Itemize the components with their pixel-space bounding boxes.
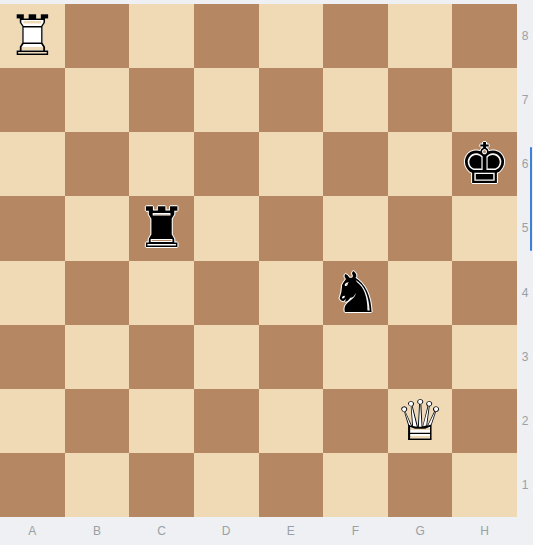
square-d1[interactable] xyxy=(194,453,259,517)
square-e5[interactable] xyxy=(259,196,324,260)
square-e2[interactable] xyxy=(259,389,324,453)
square-b8[interactable] xyxy=(65,4,130,68)
square-d2[interactable] xyxy=(194,389,259,453)
square-d7[interactable] xyxy=(194,68,259,132)
square-e8[interactable] xyxy=(259,4,324,68)
square-f5[interactable] xyxy=(323,196,388,260)
square-f6[interactable] xyxy=(323,132,388,196)
file-label-h: H xyxy=(452,517,517,545)
piece-black-rook[interactable]: ♜ xyxy=(129,196,194,260)
square-a1[interactable] xyxy=(0,453,65,517)
square-b2[interactable] xyxy=(65,389,130,453)
square-h1[interactable] xyxy=(452,453,517,517)
square-a8[interactable]: ♜♖ xyxy=(0,4,65,68)
square-e6[interactable] xyxy=(259,132,324,196)
square-b6[interactable] xyxy=(65,132,130,196)
piece-black-king[interactable]: ♚ xyxy=(452,132,517,196)
square-h6[interactable]: ♚ xyxy=(452,132,517,196)
square-g3[interactable] xyxy=(388,325,453,389)
square-b3[interactable] xyxy=(65,325,130,389)
square-d6[interactable] xyxy=(194,132,259,196)
square-h2[interactable] xyxy=(452,389,517,453)
square-h3[interactable] xyxy=(452,325,517,389)
board: ♜♖♚♜♞♛♕ xyxy=(0,4,517,517)
square-e4[interactable] xyxy=(259,261,324,325)
file-label-e: E xyxy=(259,517,324,545)
piece-black-knight[interactable]: ♞ xyxy=(323,261,388,325)
rook-glyph-fill: ♜ xyxy=(129,196,194,260)
square-c2[interactable] xyxy=(129,389,194,453)
square-e3[interactable] xyxy=(259,325,324,389)
file-label-f: F xyxy=(323,517,388,545)
square-f1[interactable] xyxy=(323,453,388,517)
square-f4[interactable]: ♞ xyxy=(323,261,388,325)
rank-label-1: 1 xyxy=(517,453,533,517)
square-f3[interactable] xyxy=(323,325,388,389)
square-h7[interactable] xyxy=(452,68,517,132)
queen-glyph-outline: ♕ xyxy=(388,389,453,453)
square-a3[interactable] xyxy=(0,325,65,389)
file-label-b: B xyxy=(65,517,130,545)
square-a5[interactable] xyxy=(0,196,65,260)
rank-label-8: 8 xyxy=(517,4,533,68)
rank-labels: 87654321 xyxy=(517,4,533,517)
rook-glyph-outline: ♖ xyxy=(0,4,65,68)
square-g6[interactable] xyxy=(388,132,453,196)
piece-white-queen[interactable]: ♛♕ xyxy=(388,389,453,453)
square-b5[interactable] xyxy=(65,196,130,260)
file-label-g: G xyxy=(388,517,453,545)
square-g8[interactable] xyxy=(388,4,453,68)
square-g2[interactable]: ♛♕ xyxy=(388,389,453,453)
square-c8[interactable] xyxy=(129,4,194,68)
square-b7[interactable] xyxy=(65,68,130,132)
file-label-d: D xyxy=(194,517,259,545)
square-h8[interactable] xyxy=(452,4,517,68)
square-g1[interactable] xyxy=(388,453,453,517)
knight-glyph-fill: ♞ xyxy=(323,261,388,325)
king-glyph-fill: ♚ xyxy=(452,132,517,196)
square-c7[interactable] xyxy=(129,68,194,132)
square-c1[interactable] xyxy=(129,453,194,517)
square-h4[interactable] xyxy=(452,261,517,325)
rank-label-3: 3 xyxy=(517,325,533,389)
square-f8[interactable] xyxy=(323,4,388,68)
square-d5[interactable] xyxy=(194,196,259,260)
square-g4[interactable] xyxy=(388,261,453,325)
file-label-a: A xyxy=(0,517,65,545)
square-h5[interactable] xyxy=(452,196,517,260)
square-c4[interactable] xyxy=(129,261,194,325)
square-a4[interactable] xyxy=(0,261,65,325)
square-a6[interactable] xyxy=(0,132,65,196)
square-e1[interactable] xyxy=(259,453,324,517)
square-d3[interactable] xyxy=(194,325,259,389)
rank-label-2: 2 xyxy=(517,389,533,453)
square-g7[interactable] xyxy=(388,68,453,132)
chess-page: ♜♖♚♜♞♛♕ 87654321 ABCDEFGH xyxy=(0,0,533,545)
square-f7[interactable] xyxy=(323,68,388,132)
square-e7[interactable] xyxy=(259,68,324,132)
square-d8[interactable] xyxy=(194,4,259,68)
file-labels: ABCDEFGH xyxy=(0,517,517,545)
square-b4[interactable] xyxy=(65,261,130,325)
scrollbar-thumb[interactable] xyxy=(530,147,532,251)
square-c5[interactable]: ♜ xyxy=(129,196,194,260)
rank-label-7: 7 xyxy=(517,68,533,132)
square-d4[interactable] xyxy=(194,261,259,325)
square-a7[interactable] xyxy=(0,68,65,132)
square-f2[interactable] xyxy=(323,389,388,453)
square-c3[interactable] xyxy=(129,325,194,389)
square-b1[interactable] xyxy=(65,453,130,517)
rank-label-4: 4 xyxy=(517,261,533,325)
file-label-c: C xyxy=(129,517,194,545)
piece-white-rook[interactable]: ♜♖ xyxy=(0,4,65,68)
square-g5[interactable] xyxy=(388,196,453,260)
square-c6[interactable] xyxy=(129,132,194,196)
square-a2[interactable] xyxy=(0,389,65,453)
